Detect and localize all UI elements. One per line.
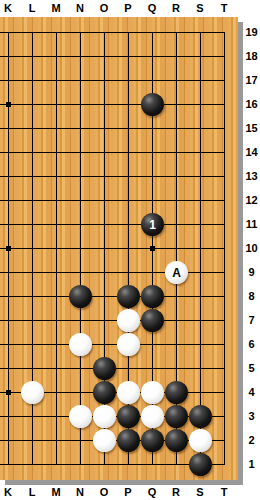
- grid-line-row-8: [0, 296, 225, 297]
- coord-label-row-15: 15: [243, 120, 260, 136]
- stone-black-R2[interactable]: [165, 429, 188, 452]
- stone-black-O4[interactable]: [93, 381, 116, 404]
- coord-label-row-9: 9: [243, 264, 260, 280]
- coord-label-row-11: 11: [243, 216, 260, 232]
- coord-label-row-13: 13: [243, 168, 260, 184]
- coord-label-row-12: 12: [243, 192, 260, 208]
- coord-label-row-17: 17: [243, 72, 260, 88]
- stone-white-L4[interactable]: [21, 381, 44, 404]
- coord-label-top-P: P: [116, 1, 140, 16]
- coord-label-top-T: T: [212, 1, 236, 16]
- stone-black-O5[interactable]: [93, 357, 116, 380]
- star-point-K10: [6, 246, 11, 251]
- coord-label-row-3: 3: [243, 408, 260, 424]
- go-board[interactable]: 1A: [0, 17, 238, 480]
- coord-label-bottom-Q: Q: [140, 485, 164, 500]
- grid-line-row-18: [0, 56, 225, 57]
- coord-label-row-1: 1: [243, 456, 260, 472]
- grid-line-row-9: [0, 272, 225, 273]
- coord-label-row-14: 14: [243, 144, 260, 160]
- star-point-K4: [6, 390, 11, 395]
- grid-line-row-17: [0, 80, 225, 81]
- stone-white-O2[interactable]: [93, 429, 116, 452]
- stone-black-R4[interactable]: [165, 381, 188, 404]
- star-point-K16: [6, 102, 11, 107]
- stone-black-P3[interactable]: [117, 405, 140, 428]
- stone-black-Q16[interactable]: [141, 93, 164, 116]
- coord-label-bottom-R: R: [164, 485, 188, 500]
- stone-white-N3[interactable]: [69, 405, 92, 428]
- grid-line-row-16: [0, 104, 225, 105]
- stone-black-P2[interactable]: [117, 429, 140, 452]
- grid-line-row-19: [0, 32, 225, 33]
- coord-label-row-7: 7: [243, 312, 260, 328]
- stone-white-P4[interactable]: [117, 381, 140, 404]
- stone-white-O3[interactable]: [93, 405, 116, 428]
- coord-label-row-16: 16: [243, 96, 260, 112]
- stone-black-N8[interactable]: [69, 285, 92, 308]
- grid-line-row-10: [0, 248, 225, 249]
- right-coordinate-strip: 19181716151413121110987654321: [243, 0, 260, 500]
- stone-white-Q4[interactable]: [141, 381, 164, 404]
- grid-line-row-12: [0, 200, 225, 201]
- coord-label-row-18: 18: [243, 48, 260, 64]
- coord-label-top-R: R: [164, 1, 188, 16]
- coord-label-bottom-P: P: [116, 485, 140, 500]
- coord-label-bottom-K: K: [0, 485, 20, 500]
- stone-black-R3[interactable]: [165, 405, 188, 428]
- stone-white-S2[interactable]: [189, 429, 212, 452]
- coord-label-top-O: O: [92, 1, 116, 16]
- stone-black-Q7[interactable]: [141, 309, 164, 332]
- coord-label-bottom-T: T: [212, 485, 236, 500]
- stone-black-Q2[interactable]: [141, 429, 164, 452]
- stone-black-P8[interactable]: [117, 285, 140, 308]
- coord-label-row-4: 4: [243, 384, 260, 400]
- grid-line-row-6: [0, 344, 225, 345]
- stone-white-N6[interactable]: [69, 333, 92, 356]
- stone-black-S1[interactable]: [189, 453, 212, 476]
- coord-label-row-6: 6: [243, 336, 260, 352]
- coord-label-bottom-O: O: [92, 485, 116, 500]
- grid-line-row-15: [0, 128, 225, 129]
- bottom-coordinate-strip: KLMNOPQRST: [0, 485, 243, 500]
- coord-label-top-L: L: [20, 1, 44, 16]
- coord-label-row-8: 8: [243, 288, 260, 304]
- stone-label-Q11: 1: [149, 219, 156, 231]
- coord-label-bottom-S: S: [188, 485, 212, 500]
- coord-label-row-5: 5: [243, 360, 260, 376]
- stone-white-R9[interactable]: A: [165, 261, 188, 284]
- grid-line-row-14: [0, 152, 225, 153]
- grid-line-row-13: [0, 176, 225, 177]
- coord-label-top-K: K: [0, 1, 20, 16]
- coord-label-top-S: S: [188, 1, 212, 16]
- stone-label-R9: A: [172, 267, 181, 279]
- stone-white-P6[interactable]: [117, 333, 140, 356]
- coord-label-row-2: 2: [243, 432, 260, 448]
- stone-white-Q3[interactable]: [141, 405, 164, 428]
- star-point-Q10: [150, 246, 155, 251]
- stone-black-Q8[interactable]: [141, 285, 164, 308]
- coord-label-row-19: 19: [243, 24, 260, 40]
- stone-black-S3[interactable]: [189, 405, 212, 428]
- go-diagram-panel: KLMNOPQRST 1A 19181716151413121110987654…: [0, 0, 260, 500]
- grid-line-row-7: [0, 320, 225, 321]
- coord-label-bottom-L: L: [20, 485, 44, 500]
- coord-label-bottom-N: N: [68, 485, 92, 500]
- stone-black-Q11[interactable]: 1: [141, 213, 164, 236]
- coord-label-top-M: M: [44, 1, 68, 16]
- coord-label-top-Q: Q: [140, 1, 164, 16]
- coord-label-row-10: 10: [243, 240, 260, 256]
- coord-label-top-N: N: [68, 1, 92, 16]
- stone-white-P7[interactable]: [117, 309, 140, 332]
- top-coordinate-strip: KLMNOPQRST: [0, 0, 243, 17]
- grid-line-row-11: [0, 224, 225, 225]
- coord-label-bottom-M: M: [44, 485, 68, 500]
